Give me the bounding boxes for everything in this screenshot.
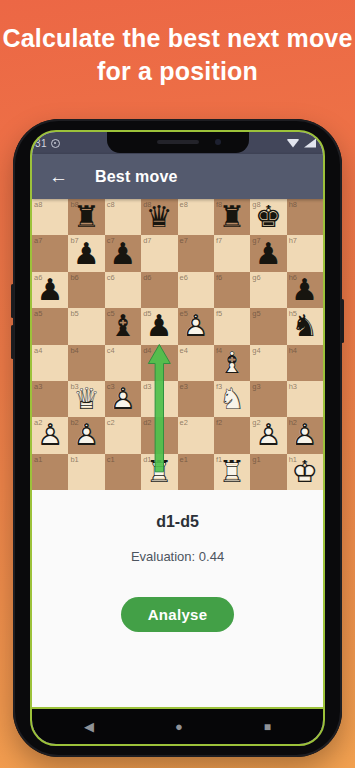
square-h5[interactable]: h5♞ xyxy=(287,308,323,344)
square-a7[interactable]: a7 xyxy=(32,235,68,271)
black-r-piece: ♜ xyxy=(214,199,250,235)
nav-back-icon[interactable]: ◀ xyxy=(84,720,94,733)
page-title-line1: Calculate the best next move xyxy=(0,22,355,55)
data-saver-icon xyxy=(51,139,60,148)
square-e6[interactable]: e6 xyxy=(178,272,214,308)
speaker-slit xyxy=(157,140,199,144)
square-f4[interactable]: f4♝♗ xyxy=(214,345,250,381)
square-f7[interactable]: f7 xyxy=(214,235,250,271)
black-p-piece: ♟ xyxy=(287,272,323,308)
square-a2[interactable]: a2♟♙ xyxy=(32,417,68,453)
square-coordinate: b1 xyxy=(70,455,78,464)
square-a3[interactable]: a3 xyxy=(32,381,68,417)
square-coordinate: a8 xyxy=(34,200,42,209)
square-f5[interactable]: f5 xyxy=(214,308,250,344)
square-e1[interactable]: e1 xyxy=(178,454,214,490)
square-d4[interactable]: d4 xyxy=(141,345,177,381)
phone-screen: 31 ← Best move a8b8♜c8d8♛e8f8♜g8♚h8a7b7♟… xyxy=(30,130,325,746)
square-coordinate: a3 xyxy=(34,382,42,391)
square-coordinate: b4 xyxy=(70,346,78,355)
square-c3[interactable]: c3♟♙ xyxy=(105,381,141,417)
square-f6[interactable]: f6 xyxy=(214,272,250,308)
square-g3[interactable]: g3 xyxy=(250,381,286,417)
square-coordinate: c8 xyxy=(107,200,115,209)
square-coordinate: a1 xyxy=(34,455,42,464)
square-b4[interactable]: b4 xyxy=(68,345,104,381)
black-q-piece: ♛ xyxy=(141,199,177,235)
square-a1[interactable]: a1 xyxy=(32,454,68,490)
square-coordinate: a5 xyxy=(34,309,42,318)
square-g2[interactable]: g2♟♙ xyxy=(250,417,286,453)
best-move-label: d1-d5 xyxy=(32,513,323,531)
chess-board-wrap: a8b8♜c8d8♛e8f8♜g8♚h8a7b7♟c7♟d7e7f7g7♟h7a… xyxy=(32,199,323,490)
square-coordinate: e7 xyxy=(180,236,188,245)
square-coordinate: g1 xyxy=(252,455,260,464)
square-coordinate: e4 xyxy=(180,346,188,355)
square-coordinate: b6 xyxy=(70,273,78,282)
square-a4[interactable]: a4 xyxy=(32,345,68,381)
square-d1[interactable]: d1♜♖ xyxy=(141,454,177,490)
square-coordinate: b5 xyxy=(70,309,78,318)
black-b-piece: ♝ xyxy=(105,308,141,344)
nav-home-icon[interactable]: ● xyxy=(175,720,183,733)
volume-down-button xyxy=(11,325,14,359)
white-p-piece: ♙ xyxy=(178,308,214,344)
square-h7[interactable]: h7 xyxy=(287,235,323,271)
android-nav-bar: ◀ ● ■ xyxy=(32,707,323,744)
square-f1[interactable]: f1♜♖ xyxy=(214,454,250,490)
white-p-piece: ♙ xyxy=(105,381,141,417)
wifi-icon xyxy=(287,139,299,148)
square-coordinate: g5 xyxy=(252,309,260,318)
square-coordinate: d2 xyxy=(143,418,151,427)
square-d8[interactable]: d8♛ xyxy=(141,199,177,235)
status-time: 31 xyxy=(35,138,47,149)
square-e5[interactable]: e5♟♙ xyxy=(178,308,214,344)
analyse-button[interactable]: Analyse xyxy=(121,597,235,632)
black-n-piece: ♞ xyxy=(287,308,323,344)
square-coordinate: c6 xyxy=(107,273,115,282)
square-coordinate: a7 xyxy=(34,236,42,245)
white-p-piece: ♙ xyxy=(287,417,323,453)
square-coordinate: e8 xyxy=(180,200,188,209)
square-e7[interactable]: e7 xyxy=(178,235,214,271)
black-r-piece: ♜ xyxy=(68,199,104,235)
evaluation-label: Evaluation: 0.44 xyxy=(32,549,323,564)
square-c6[interactable]: c6 xyxy=(105,272,141,308)
square-coordinate: h7 xyxy=(289,236,297,245)
white-p-piece: ♙ xyxy=(68,417,104,453)
square-h8[interactable]: h8 xyxy=(287,199,323,235)
square-b8[interactable]: b8♜ xyxy=(68,199,104,235)
square-b2[interactable]: b2♟♙ xyxy=(68,417,104,453)
square-g8[interactable]: g8♚ xyxy=(250,199,286,235)
square-coordinate: d4 xyxy=(143,346,151,355)
page-title-line2: for a position xyxy=(0,55,355,88)
app-bar: ← Best move xyxy=(32,154,323,199)
square-d2[interactable]: d2 xyxy=(141,417,177,453)
square-coordinate: d7 xyxy=(143,236,151,245)
square-b3[interactable]: b3♛♕ xyxy=(68,381,104,417)
square-f2[interactable]: f2 xyxy=(214,417,250,453)
white-p-piece: ♙ xyxy=(32,417,68,453)
phone-notch xyxy=(107,132,249,153)
black-k-piece: ♚ xyxy=(250,199,286,235)
square-coordinate: d6 xyxy=(143,273,151,282)
square-h3[interactable]: h3 xyxy=(287,381,323,417)
square-f3[interactable]: f3♞♘ xyxy=(214,381,250,417)
square-g1[interactable]: g1 xyxy=(250,454,286,490)
phone-mockup: 31 ← Best move a8b8♜c8d8♛e8f8♜g8♚h8a7b7♟… xyxy=(13,119,342,757)
back-arrow-icon[interactable]: ← xyxy=(49,166,68,188)
square-coordinate: f5 xyxy=(216,309,222,318)
square-h6[interactable]: h6♟ xyxy=(287,272,323,308)
square-coordinate: g4 xyxy=(252,346,260,355)
power-button xyxy=(341,299,344,343)
nav-recents-icon[interactable]: ■ xyxy=(264,721,271,733)
square-h1[interactable]: h1♚♔ xyxy=(287,454,323,490)
square-coordinate: c4 xyxy=(107,346,115,355)
square-b6[interactable]: b6 xyxy=(68,272,104,308)
square-coordinate: e3 xyxy=(180,382,188,391)
page-title: Calculate the best next move for a posit… xyxy=(0,22,355,87)
square-d3[interactable]: d3 xyxy=(141,381,177,417)
square-h4[interactable]: h4 xyxy=(287,345,323,381)
square-a6[interactable]: a6♟ xyxy=(32,272,68,308)
white-k-piece: ♔ xyxy=(287,454,323,490)
square-d6[interactable]: d6 xyxy=(141,272,177,308)
app-bar-title: Best move xyxy=(95,168,178,186)
camera-dot xyxy=(215,139,221,145)
square-c4[interactable]: c4 xyxy=(105,345,141,381)
white-r-piece: ♖ xyxy=(214,454,250,490)
square-g6[interactable]: g6 xyxy=(250,272,286,308)
square-c7[interactable]: c7♟ xyxy=(105,235,141,271)
square-d5[interactable]: d5♟ xyxy=(141,308,177,344)
square-coordinate: h3 xyxy=(289,382,297,391)
square-b7[interactable]: b7♟ xyxy=(68,235,104,271)
square-g5[interactable]: g5 xyxy=(250,308,286,344)
volume-up-button xyxy=(11,284,14,318)
signal-icon xyxy=(304,139,316,148)
square-coordinate: e2 xyxy=(180,418,188,427)
square-coordinate: f7 xyxy=(216,236,222,245)
square-g4[interactable]: g4 xyxy=(250,345,286,381)
square-e2[interactable]: e2 xyxy=(178,417,214,453)
square-a8[interactable]: a8 xyxy=(32,199,68,235)
square-coordinate: g6 xyxy=(252,273,260,282)
square-e8[interactable]: e8 xyxy=(178,199,214,235)
square-coordinate: h8 xyxy=(289,200,297,209)
analysis-result-area: d1-d5 Evaluation: 0.44 Analyse xyxy=(32,490,323,707)
square-coordinate: d3 xyxy=(143,382,151,391)
white-p-piece: ♙ xyxy=(250,417,286,453)
square-coordinate: e1 xyxy=(180,455,188,464)
black-p-piece: ♟ xyxy=(141,308,177,344)
square-c8[interactable]: c8 xyxy=(105,199,141,235)
square-coordinate: a4 xyxy=(34,346,42,355)
square-b1[interactable]: b1 xyxy=(68,454,104,490)
square-h2[interactable]: h2♟♙ xyxy=(287,417,323,453)
square-coordinate: c1 xyxy=(107,455,115,464)
white-n-piece: ♘ xyxy=(214,381,250,417)
square-coordinate: c2 xyxy=(107,418,115,427)
square-c2[interactable]: c2 xyxy=(105,417,141,453)
square-e4[interactable]: e4 xyxy=(178,345,214,381)
square-coordinate: f2 xyxy=(216,418,222,427)
square-d7[interactable]: d7 xyxy=(141,235,177,271)
square-b5[interactable]: b5 xyxy=(68,308,104,344)
square-e3[interactable]: e3 xyxy=(178,381,214,417)
white-q-piece: ♕ xyxy=(68,381,104,417)
square-f8[interactable]: f8♜ xyxy=(214,199,250,235)
chess-board[interactable]: a8b8♜c8d8♛e8f8♜g8♚h8a7b7♟c7♟d7e7f7g7♟h7a… xyxy=(32,199,323,490)
square-a5[interactable]: a5 xyxy=(32,308,68,344)
white-b-piece: ♗ xyxy=(214,345,250,381)
square-coordinate: h4 xyxy=(289,346,297,355)
black-p-piece: ♟ xyxy=(68,235,104,271)
square-coordinate: e6 xyxy=(180,273,188,282)
white-r-piece: ♖ xyxy=(141,454,177,490)
square-c5[interactable]: c5♝ xyxy=(105,308,141,344)
black-p-piece: ♟ xyxy=(250,235,286,271)
black-p-piece: ♟ xyxy=(105,235,141,271)
square-coordinate: f6 xyxy=(216,273,222,282)
square-coordinate: g3 xyxy=(252,382,260,391)
black-p-piece: ♟ xyxy=(32,272,68,308)
square-g7[interactable]: g7♟ xyxy=(250,235,286,271)
square-c1[interactable]: c1 xyxy=(105,454,141,490)
